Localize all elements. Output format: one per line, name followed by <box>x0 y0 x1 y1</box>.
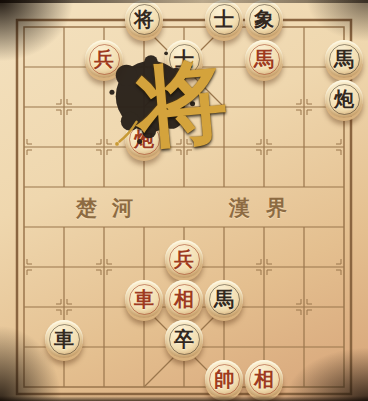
piece-red-elephant[interactable]: 相 <box>245 360 283 398</box>
piece-black-elephant[interactable]: 象 <box>245 0 283 38</box>
piece-red-horse[interactable]: 馬 <box>245 40 283 78</box>
piece-character: 相 <box>165 280 203 318</box>
piece-character: 象 <box>245 0 283 38</box>
piece-black-chariot[interactable]: 車 <box>45 320 83 358</box>
piece-character: 車 <box>125 280 163 318</box>
piece-character: 馬 <box>245 40 283 78</box>
piece-red-cannon[interactable]: 炮 <box>125 120 163 158</box>
piece-character: 卒 <box>165 320 203 358</box>
piece-character: 相 <box>245 360 283 398</box>
piece-red-general[interactable]: 帥 <box>205 360 243 398</box>
piece-character: 士 <box>205 0 243 38</box>
piece-character: 将 <box>125 0 163 38</box>
piece-character: 兵 <box>165 240 203 278</box>
piece-black-horse[interactable]: 馬 <box>325 40 363 78</box>
piece-red-soldier[interactable]: 兵 <box>85 40 123 78</box>
piece-black-soldier[interactable]: 卒 <box>165 320 203 358</box>
piece-black-general[interactable]: 将 <box>125 0 163 38</box>
piece-character: 炮 <box>325 80 363 118</box>
pieces-layer: 将士象兵士馬馬炮炮兵車相馬車卒帥相 <box>0 0 368 401</box>
piece-black-horse[interactable]: 馬 <box>205 280 243 318</box>
piece-red-chariot[interactable]: 車 <box>125 280 163 318</box>
piece-black-advisor[interactable]: 士 <box>205 0 243 38</box>
piece-black-cannon[interactable]: 炮 <box>325 80 363 118</box>
piece-character: 馬 <box>325 40 363 78</box>
piece-character: 馬 <box>205 280 243 318</box>
piece-red-elephant[interactable]: 相 <box>165 280 203 318</box>
piece-red-soldier[interactable]: 兵 <box>165 240 203 278</box>
piece-character: 炮 <box>125 120 163 158</box>
piece-character: 帥 <box>205 360 243 398</box>
piece-character: 兵 <box>85 40 123 78</box>
piece-character: 車 <box>45 320 83 358</box>
piece-black-advisor[interactable]: 士 <box>165 40 203 78</box>
piece-character: 士 <box>165 40 203 78</box>
xiangqi-board-screen: 楚河 漢界 将士象兵士馬馬炮炮兵車相馬車卒帥相 将 <box>0 0 368 401</box>
